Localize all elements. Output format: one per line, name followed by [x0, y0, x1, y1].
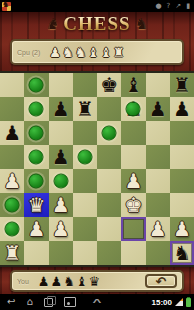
- square-f7[interactable]: ♟: [121, 97, 145, 121]
- square-f3[interactable]: ♚: [121, 193, 145, 217]
- square-e8[interactable]: ♚: [97, 73, 121, 97]
- square-a5[interactable]: [0, 145, 24, 169]
- square-b6[interactable]: [24, 121, 48, 145]
- square-d5[interactable]: [73, 145, 97, 169]
- square-h7[interactable]: ♟: [170, 97, 194, 121]
- square-g4[interactable]: [146, 169, 170, 193]
- square-c8[interactable]: [49, 73, 73, 97]
- square-b7[interactable]: [24, 97, 48, 121]
- captured-piece-p: ♟: [49, 46, 61, 59]
- square-d7[interactable]: ♜: [73, 97, 97, 121]
- captured-piece-r: ♜: [113, 46, 125, 59]
- piece-bp-c7: ♟: [49, 97, 73, 121]
- square-d6[interactable]: [73, 121, 97, 145]
- cpu-captured-pieces: ♟♞♞♝♝♜: [49, 46, 124, 59]
- legal-move-dot-a2[interactable]: [5, 222, 20, 237]
- recent-apps-icon[interactable]: [44, 298, 53, 307]
- status-bar-icons: ●?↗▮: [155, 3, 190, 10]
- piece-wp-c2: ♟: [49, 217, 73, 241]
- opponent-label: Cpu (2): [17, 49, 40, 56]
- piece-wp-a4: ♟: [0, 169, 24, 193]
- square-e3[interactable]: [97, 193, 121, 217]
- square-f6[interactable]: [121, 121, 145, 145]
- nav-status-cluster: 15:00: [152, 298, 191, 307]
- square-b1[interactable]: [24, 241, 48, 265]
- square-h5[interactable]: [170, 145, 194, 169]
- piece-wp-g2: ♟: [146, 217, 170, 241]
- status-bar: ♞ ●?↗▮: [0, 0, 194, 12]
- square-d8[interactable]: [73, 73, 97, 97]
- captured-piece-p: ♟: [50, 275, 62, 288]
- chess-app-screen: ♞ ●?↗▮ ♞ CHESS ♞ Cpu (2) ♟♞♞♝♝♜ ♚♝♜♟♜♟♟♟…: [0, 0, 194, 310]
- square-h1[interactable]: ♞: [170, 241, 194, 265]
- square-h6[interactable]: [170, 121, 194, 145]
- undo-button[interactable]: ↶: [145, 274, 177, 288]
- nav-buttons: ↩ ⌂: [7, 297, 76, 307]
- captured-piece-b: ♝: [100, 46, 112, 59]
- square-c6[interactable]: [49, 121, 73, 145]
- piece-br-d7: ♜: [73, 97, 97, 121]
- legal-move-dot-b4[interactable]: [29, 174, 44, 189]
- you-captured-pieces: ♟♟♞♝♛: [38, 275, 100, 288]
- piece-wq-b3: ♛: [24, 193, 48, 217]
- square-h8[interactable]: ♜: [170, 73, 194, 97]
- legal-move-dot-f7[interactable]: [126, 102, 141, 117]
- header: ♞ CHESS ♞ Cpu (2) ♟♞♞♝♝♜: [0, 12, 194, 71]
- square-e6[interactable]: [97, 121, 121, 145]
- square-h2[interactable]: ♟: [170, 217, 194, 241]
- piece-wp-f4: ♟: [121, 169, 145, 193]
- caret-icon[interactable]: ^: [93, 297, 102, 307]
- square-a6[interactable]: ♟: [0, 121, 24, 145]
- square-g2[interactable]: ♟: [146, 217, 170, 241]
- captured-piece-n: ♞: [62, 46, 74, 59]
- piece-bp-g7: ♟: [146, 97, 170, 121]
- square-b4[interactable]: [24, 169, 48, 193]
- title-knight-left-icon: ♞: [46, 17, 59, 32]
- square-d2[interactable]: [73, 217, 97, 241]
- square-c5[interactable]: ♟: [49, 145, 73, 169]
- piece-bp-a6: ♟: [0, 121, 24, 145]
- piece-wp-h2: ♟: [170, 217, 194, 241]
- square-g5[interactable]: [146, 145, 170, 169]
- signal-icon: [175, 298, 183, 306]
- square-a3[interactable]: [0, 193, 24, 217]
- player-label: You: [17, 278, 29, 285]
- captured-piece-b: ♝: [87, 46, 99, 59]
- legal-move-dot-b7[interactable]: [29, 102, 44, 117]
- share-icon: ↗: [175, 3, 181, 10]
- square-b2[interactable]: ♟: [24, 217, 48, 241]
- piece-wk-f3: ♚: [121, 193, 145, 217]
- app-title: CHESS: [63, 13, 130, 35]
- captured-piece-n: ♞: [75, 46, 87, 59]
- notification-icon: ●: [155, 3, 161, 10]
- player-tray: You ♟♟♞♝♛ ↶: [10, 270, 184, 292]
- square-c1[interactable]: [49, 241, 73, 265]
- square-c2[interactable]: ♟: [49, 217, 73, 241]
- piece-bp-c5: ♟: [49, 145, 73, 169]
- square-b5[interactable]: [24, 145, 48, 169]
- piece-wr-a1: ♜: [0, 241, 24, 265]
- square-f8[interactable]: ♝: [121, 73, 145, 97]
- piece-wp-c3: ♟: [49, 193, 73, 217]
- undo-icon: ↶: [156, 275, 167, 288]
- piece-wp-b2: ♟: [24, 217, 48, 241]
- square-h4[interactable]: [170, 169, 194, 193]
- square-d3[interactable]: [73, 193, 97, 217]
- square-e7[interactable]: [97, 97, 121, 121]
- square-a8[interactable]: [0, 73, 24, 97]
- navigation-bar: ↩ ⌂ ^ 15:00: [0, 294, 194, 310]
- chess-board[interactable]: ♚♝♜♟♜♟♟♟♟♟♟♟♛♟♚♟♟♟♟♜♞: [0, 71, 194, 267]
- home-icon[interactable]: ⌂: [26, 297, 32, 307]
- clock: 15:00: [152, 298, 172, 307]
- legal-move-dot-a3[interactable]: [5, 198, 20, 213]
- square-a2[interactable]: [0, 217, 24, 241]
- square-g3[interactable]: [146, 193, 170, 217]
- title-row: ♞ CHESS ♞: [0, 13, 194, 35]
- screenshot-icon[interactable]: [64, 297, 76, 307]
- square-b8[interactable]: [24, 73, 48, 97]
- square-c7[interactable]: ♟: [49, 97, 73, 121]
- chess-app-icon: ♞: [2, 2, 11, 11]
- square-d4[interactable]: [73, 169, 97, 193]
- legal-move-dot-e6[interactable]: [102, 126, 117, 141]
- square-f4[interactable]: ♟: [121, 169, 145, 193]
- legal-move-dot-b6[interactable]: [29, 126, 44, 141]
- legal-move-dot-b8[interactable]: [29, 78, 44, 93]
- square-c3[interactable]: ♟: [49, 193, 73, 217]
- square-e1[interactable]: [97, 241, 121, 265]
- legal-move-dot-d5[interactable]: [77, 150, 92, 165]
- help-icon: ?: [167, 3, 171, 10]
- square-a1[interactable]: ♜: [0, 241, 24, 265]
- square-a7[interactable]: [0, 97, 24, 121]
- square-g8[interactable]: [146, 73, 170, 97]
- square-c4[interactable]: [49, 169, 73, 193]
- piece-br-h8: ♜: [170, 73, 194, 97]
- square-g6[interactable]: [146, 121, 170, 145]
- opponent-tray: Cpu (2) ♟♞♞♝♝♜: [10, 39, 184, 65]
- square-d1[interactable]: [73, 241, 97, 265]
- square-h3[interactable]: [170, 193, 194, 217]
- captured-piece-p: ♟: [38, 275, 50, 288]
- square-g7[interactable]: ♟: [146, 97, 170, 121]
- captured-piece-n: ♞: [63, 275, 75, 288]
- bottom-frame: You ♟♟♞♝♛ ↶: [0, 267, 194, 294]
- captured-piece-q: ♛: [88, 275, 100, 288]
- title-knight-right-icon: ♞: [135, 17, 148, 32]
- app-icon-knight-glyph: ♞: [2, 0, 9, 9]
- square-f1[interactable]: [121, 241, 145, 265]
- square-a4[interactable]: ♟: [0, 169, 24, 193]
- square-f2[interactable]: [121, 217, 145, 241]
- square-b3[interactable]: ♛: [24, 193, 48, 217]
- square-e5[interactable]: [97, 145, 121, 169]
- square-e4[interactable]: [97, 169, 121, 193]
- square-e2[interactable]: [97, 217, 121, 241]
- battery-icon: [186, 298, 191, 307]
- piece-bp-h7: ♟: [170, 97, 194, 121]
- legal-move-dot-c4[interactable]: [53, 174, 68, 189]
- square-g1[interactable]: [146, 241, 170, 265]
- captured-piece-b: ♝: [76, 275, 88, 288]
- legal-move-dot-b5[interactable]: [29, 150, 44, 165]
- piece-bn-h1: ♞: [170, 241, 194, 265]
- battery-notification-icon: ▮: [186, 3, 190, 10]
- piece-bb-f8: ♝: [121, 73, 145, 97]
- square-f5[interactable]: [121, 145, 145, 169]
- piece-bk-e8: ♚: [97, 73, 121, 97]
- back-icon[interactable]: ↩: [7, 297, 15, 307]
